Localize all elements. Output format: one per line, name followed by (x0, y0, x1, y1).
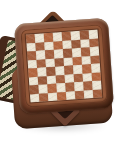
board-square (44, 33, 54, 42)
board-square (47, 84, 57, 93)
board-square (38, 76, 48, 85)
board-square (28, 68, 38, 77)
board-square (29, 85, 39, 94)
game-box-photo (0, 0, 120, 144)
board-square (71, 39, 81, 48)
board-square (46, 67, 56, 76)
board-grid (26, 30, 103, 103)
board-square (92, 72, 102, 81)
board-square (82, 64, 92, 73)
board-square (63, 48, 73, 57)
board-square (72, 56, 82, 65)
board-square (53, 41, 63, 50)
board-square (93, 89, 103, 98)
board-square (57, 91, 67, 100)
board-square (80, 30, 90, 39)
chess-board-lid (14, 18, 114, 114)
board-square (54, 58, 64, 67)
